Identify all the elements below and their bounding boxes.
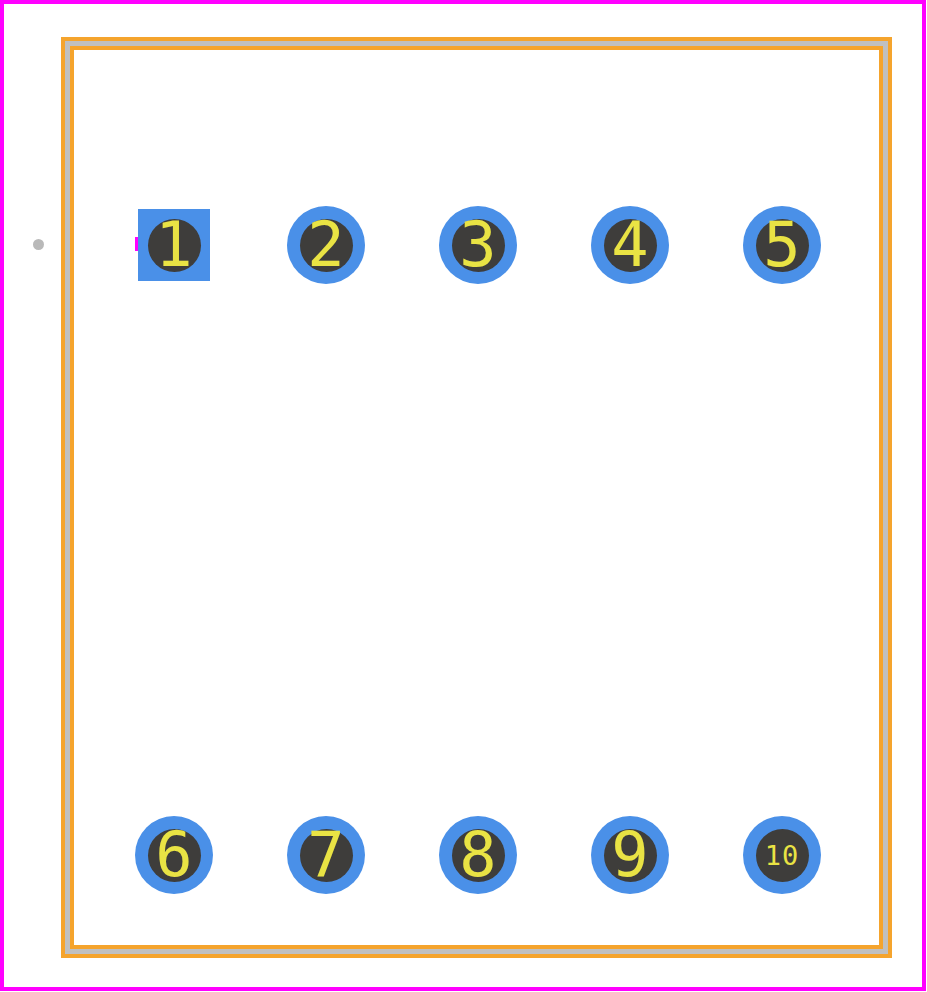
- pad-8: 8: [439, 816, 517, 894]
- pad-1-number: 1: [155, 214, 192, 276]
- pad-7: 7: [287, 816, 365, 894]
- pad-6-number: 6: [155, 824, 192, 886]
- pad-8-number: 8: [459, 824, 496, 886]
- pad-3-number: 3: [459, 214, 496, 276]
- pad-4: 4: [591, 206, 669, 284]
- pad-10: 10: [743, 816, 821, 894]
- pad-9-number: 9: [611, 824, 648, 886]
- pad-10-number: 10: [765, 842, 800, 869]
- pad-2: 2: [287, 206, 365, 284]
- footprint-canvas: 12345678910: [0, 0, 927, 992]
- origin-marker: [33, 239, 44, 250]
- pad-7-number: 7: [307, 824, 344, 886]
- component-outline-inner: [70, 46, 883, 949]
- pad-5-number: 5: [763, 214, 800, 276]
- pad-6: 6: [135, 816, 213, 894]
- pad-9: 9: [591, 816, 669, 894]
- pad-2-number: 2: [307, 214, 344, 276]
- pad-4-number: 4: [611, 214, 648, 276]
- pad-5: 5: [743, 206, 821, 284]
- pad-3: 3: [439, 206, 517, 284]
- pad-1: 1: [138, 209, 210, 281]
